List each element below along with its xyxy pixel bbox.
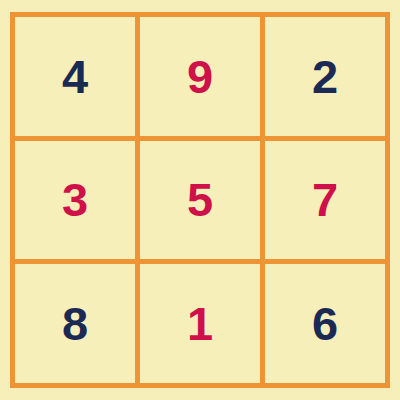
cell-digit: 3 xyxy=(62,176,88,223)
cell-r2c2: 5 xyxy=(140,141,260,260)
cell-digit: 7 xyxy=(312,176,338,223)
cell-r1c3: 2 xyxy=(265,17,385,136)
cell-digit: 2 xyxy=(312,53,338,100)
cell-r1c2: 9 xyxy=(140,17,260,136)
cell-digit: 5 xyxy=(187,176,213,223)
cell-r2c3: 7 xyxy=(265,141,385,260)
cell-r3c3: 6 xyxy=(265,264,385,383)
cell-digit: 4 xyxy=(62,53,88,100)
magic-square-board: 492357816 xyxy=(10,12,390,388)
cell-r3c1: 8 xyxy=(15,264,135,383)
cell-r1c1: 4 xyxy=(15,17,135,136)
cell-digit: 6 xyxy=(312,300,338,347)
cell-digit: 8 xyxy=(62,300,88,347)
cell-digit: 1 xyxy=(187,300,213,347)
cell-digit: 9 xyxy=(187,53,213,100)
cell-r2c1: 3 xyxy=(15,141,135,260)
cell-r3c2: 1 xyxy=(140,264,260,383)
